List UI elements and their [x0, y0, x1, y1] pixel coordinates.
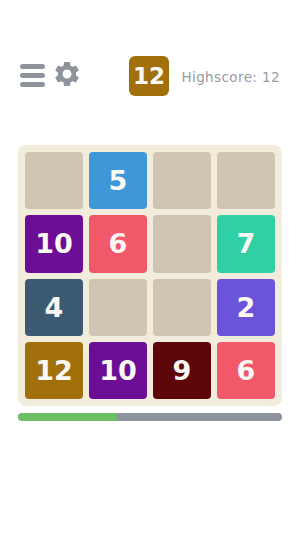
cell-r3c0-tile-12: 12 — [25, 342, 83, 399]
gear-icon — [52, 59, 82, 89]
tile-value: 10 — [99, 357, 137, 384]
highscore-label: Highscore: — [181, 69, 257, 85]
game-screen: 12 Highscore: 12 5 10 6 7 4 2 12 10 9 6 — [0, 0, 300, 533]
cell-r1c0-tile-10: 10 — [25, 215, 83, 272]
cell-r1c2-empty — [153, 215, 211, 272]
tile-value: 9 — [173, 357, 192, 384]
cell-r3c2-tile-9: 9 — [153, 342, 211, 399]
tile-value: 2 — [237, 294, 256, 321]
tile-value: 7 — [237, 230, 256, 257]
cell-r2c3-tile-2: 2 — [217, 279, 275, 336]
game-board[interactable]: 5 10 6 7 4 2 12 10 9 6 — [18, 145, 282, 406]
cell-r2c1-empty — [89, 279, 147, 336]
tile-value: 5 — [109, 167, 128, 194]
hamburger-menu-icon — [20, 73, 45, 78]
settings-button[interactable] — [52, 59, 82, 89]
cell-r2c2-empty — [153, 279, 211, 336]
tile-value: 6 — [109, 230, 128, 257]
tile-value: 4 — [45, 294, 64, 321]
cell-r3c3-tile-6: 6 — [217, 342, 275, 399]
highscore-value: 12 — [262, 69, 280, 85]
highscore-tile: 12 — [129, 56, 169, 96]
tile-value: 6 — [237, 357, 256, 384]
hamburger-menu-icon — [20, 82, 45, 87]
cell-r1c1-tile-6: 6 — [89, 215, 147, 272]
highscore-tile-value: 12 — [133, 63, 165, 89]
progress-fill — [18, 413, 117, 421]
cell-r0c2-empty — [153, 152, 211, 209]
cell-r1c3-tile-7: 7 — [217, 215, 275, 272]
tile-value: 12 — [35, 357, 73, 384]
cell-r0c0-empty — [25, 152, 83, 209]
cell-r0c1-tile-5: 5 — [89, 152, 147, 209]
tile-value: 10 — [35, 230, 73, 257]
highscore-text: Highscore: 12 — [181, 69, 280, 85]
cell-r3c1-tile-10: 10 — [89, 342, 147, 399]
hamburger-menu-icon — [20, 64, 45, 69]
hamburger-menu-button[interactable] — [20, 64, 45, 87]
progress-bar — [18, 413, 282, 421]
cell-r0c3-empty — [217, 152, 275, 209]
cell-r2c0-tile-4: 4 — [25, 279, 83, 336]
